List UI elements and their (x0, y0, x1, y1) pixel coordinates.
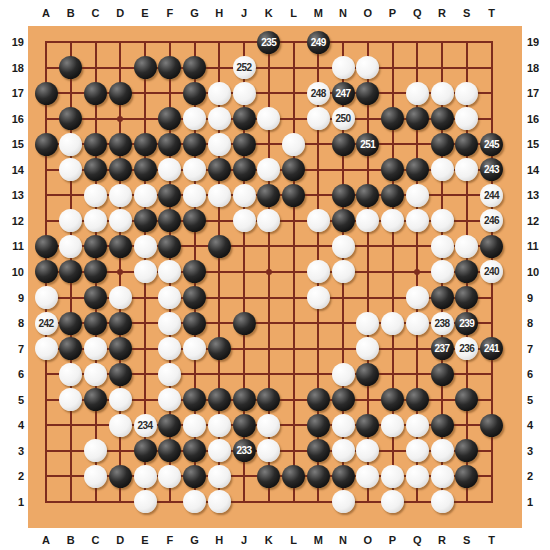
stone-F15[interactable] (158, 133, 181, 156)
stone-A9[interactable] (35, 286, 58, 309)
stone-Q9[interactable] (406, 286, 429, 309)
stone-F16[interactable] (158, 107, 181, 130)
coord-label-top-T: T (483, 6, 501, 20)
stone-N2[interactable] (332, 465, 355, 488)
stone-E11[interactable] (134, 235, 157, 258)
coord-label-bottom-F: F (161, 533, 179, 547)
stone-K14[interactable] (257, 158, 280, 181)
stone-M10[interactable] (307, 260, 330, 283)
coord-label-left-4: 4 (2, 418, 24, 432)
stone-P4[interactable] (381, 414, 404, 437)
stone-J17[interactable] (233, 82, 256, 105)
coord-label-right-14: 14 (527, 163, 549, 177)
coord-label-top-S: S (458, 6, 476, 20)
stone-E2[interactable] (134, 465, 157, 488)
stone-D15[interactable] (109, 133, 132, 156)
stone-G10[interactable] (183, 260, 206, 283)
coord-label-right-4: 4 (527, 418, 549, 432)
stone-N15[interactable] (332, 133, 355, 156)
stone-G1[interactable] (183, 490, 206, 513)
coord-label-bottom-N: N (334, 533, 352, 547)
stone-M4[interactable] (307, 414, 330, 437)
stone-H16[interactable] (208, 107, 231, 130)
stone-E4[interactable]: 234 (134, 414, 157, 437)
stone-J12[interactable] (233, 209, 256, 232)
move-number-label: 252 (236, 62, 251, 73)
stone-M3[interactable] (307, 439, 330, 462)
stone-N3[interactable] (332, 439, 355, 462)
stone-E10[interactable] (134, 260, 157, 283)
stone-M5[interactable] (307, 388, 330, 411)
coord-label-left-8: 8 (2, 316, 24, 330)
stone-M9[interactable] (307, 286, 330, 309)
move-number-label: 247 (335, 88, 350, 99)
stone-H4[interactable] (208, 414, 231, 437)
stone-D9[interactable] (109, 286, 132, 309)
stone-E15[interactable] (134, 133, 157, 156)
stone-O7[interactable] (356, 337, 379, 360)
stone-E3[interactable] (134, 439, 157, 462)
stone-B11[interactable] (59, 235, 82, 258)
coord-label-top-J: J (235, 6, 253, 20)
coord-label-left-12: 12 (2, 214, 24, 228)
stone-K16[interactable] (257, 107, 280, 130)
stone-B12[interactable] (59, 209, 82, 232)
move-number-label: 246 (484, 215, 499, 226)
coord-label-right-15: 15 (527, 137, 549, 151)
stone-P14[interactable] (381, 158, 404, 181)
stone-F7[interactable] (158, 337, 181, 360)
coord-label-right-6: 6 (527, 367, 549, 381)
stone-D17[interactable] (109, 82, 132, 105)
stone-B18[interactable] (59, 56, 82, 79)
coord-label-bottom-S: S (458, 533, 476, 547)
coord-label-right-3: 3 (527, 444, 549, 458)
stone-S7[interactable]: 236 (455, 337, 478, 360)
stone-D12[interactable] (109, 209, 132, 232)
stone-Q14[interactable] (406, 158, 429, 181)
go-diagram-page: 2352492522482472502512452432442462402422… (0, 0, 550, 550)
stone-L13[interactable] (282, 184, 305, 207)
stone-F6[interactable] (158, 363, 181, 386)
stone-H1[interactable] (208, 490, 231, 513)
stone-F5[interactable] (158, 388, 181, 411)
stone-Q8[interactable] (406, 312, 429, 335)
stone-R16[interactable] (431, 107, 454, 130)
stone-R17[interactable] (431, 82, 454, 105)
coord-label-right-13: 13 (527, 188, 549, 202)
stone-N1[interactable] (332, 490, 355, 513)
stone-G5[interactable] (183, 388, 206, 411)
stone-K3[interactable] (257, 439, 280, 462)
stone-H11[interactable] (208, 235, 231, 258)
stone-Q17[interactable] (406, 82, 429, 105)
stone-C8[interactable] (84, 312, 107, 335)
stone-F3[interactable] (158, 439, 181, 462)
coord-label-bottom-K: K (260, 533, 278, 547)
stone-Q12[interactable] (406, 209, 429, 232)
stone-B10[interactable] (59, 260, 82, 283)
coord-label-top-B: B (62, 6, 80, 20)
coord-label-left-16: 16 (2, 112, 24, 126)
coord-label-right-18: 18 (527, 61, 549, 75)
stone-Q4[interactable] (406, 414, 429, 437)
stone-F13[interactable] (158, 184, 181, 207)
stone-G2[interactable] (183, 465, 206, 488)
stone-A17[interactable] (35, 82, 58, 105)
stone-M16[interactable] (307, 107, 330, 130)
stone-L14[interactable] (282, 158, 305, 181)
stone-Q16[interactable] (406, 107, 429, 130)
coord-label-right-16: 16 (527, 112, 549, 126)
move-number-label: 240 (484, 266, 499, 277)
stone-B5[interactable] (59, 388, 82, 411)
coord-label-top-P: P (384, 6, 402, 20)
stone-D13[interactable] (109, 184, 132, 207)
stone-K13[interactable] (257, 184, 280, 207)
stone-T13[interactable]: 244 (480, 184, 503, 207)
stone-H14[interactable] (208, 158, 231, 181)
stone-P1[interactable] (381, 490, 404, 513)
stone-C15[interactable] (84, 133, 107, 156)
stone-S11[interactable] (455, 235, 478, 258)
stone-N6[interactable] (332, 363, 355, 386)
stone-T14[interactable]: 243 (480, 158, 503, 181)
stone-O15[interactable]: 251 (356, 133, 379, 156)
stone-H13[interactable] (208, 184, 231, 207)
stone-E13[interactable] (134, 184, 157, 207)
stone-R15[interactable] (431, 133, 454, 156)
stone-O8[interactable] (356, 312, 379, 335)
stone-P12[interactable] (381, 209, 404, 232)
stone-G12[interactable] (183, 209, 206, 232)
move-number-label: 237 (434, 343, 449, 354)
coord-label-top-O: O (359, 6, 377, 20)
stone-H15[interactable] (208, 133, 231, 156)
stone-S8[interactable]: 239 (455, 312, 478, 335)
stone-P5[interactable] (381, 388, 404, 411)
stone-S10[interactable] (455, 260, 478, 283)
coord-label-right-7: 7 (527, 342, 549, 356)
stone-R9[interactable] (431, 286, 454, 309)
stone-E14[interactable] (134, 158, 157, 181)
stone-C11[interactable] (84, 235, 107, 258)
stone-C7[interactable] (84, 337, 107, 360)
coord-label-left-13: 13 (2, 188, 24, 202)
coord-label-bottom-C: C (87, 533, 105, 547)
stone-N13[interactable] (332, 184, 355, 207)
star-point-Q10 (414, 269, 420, 275)
stone-D11[interactable] (109, 235, 132, 258)
stone-G16[interactable] (183, 107, 206, 130)
stone-B7[interactable] (59, 337, 82, 360)
stone-C9[interactable] (84, 286, 107, 309)
stone-T11[interactable] (480, 235, 503, 258)
coord-label-left-7: 7 (2, 342, 24, 356)
stone-C3[interactable] (84, 439, 107, 462)
stone-R10[interactable] (431, 260, 454, 283)
stone-F2[interactable] (158, 465, 181, 488)
coord-label-right-1: 1 (527, 495, 549, 509)
stone-J18[interactable]: 252 (233, 56, 256, 79)
coord-label-left-2: 2 (2, 469, 24, 483)
stone-J3[interactable]: 233 (233, 439, 256, 462)
coord-label-right-12: 12 (527, 214, 549, 228)
stone-D8[interactable] (109, 312, 132, 335)
stone-M17[interactable]: 248 (307, 82, 330, 105)
stone-D5[interactable] (109, 388, 132, 411)
coord-label-left-5: 5 (2, 393, 24, 407)
stone-C6[interactable] (84, 363, 107, 386)
coord-label-bottom-A: A (37, 533, 55, 547)
stone-T10[interactable]: 240 (480, 260, 503, 283)
stone-F14[interactable] (158, 158, 181, 181)
stone-O4[interactable] (356, 414, 379, 437)
stone-H3[interactable] (208, 439, 231, 462)
stone-B15[interactable] (59, 133, 82, 156)
stone-D2[interactable] (109, 465, 132, 488)
stone-J5[interactable] (233, 388, 256, 411)
stone-P16[interactable] (381, 107, 404, 130)
coord-label-bottom-Q: Q (408, 533, 426, 547)
coord-label-left-19: 19 (2, 35, 24, 49)
stone-G17[interactable] (183, 82, 206, 105)
stone-F11[interactable] (158, 235, 181, 258)
stone-R1[interactable] (431, 490, 454, 513)
stone-G8[interactable] (183, 312, 206, 335)
stone-K19[interactable]: 235 (257, 31, 280, 54)
stone-O18[interactable] (356, 56, 379, 79)
stone-O2[interactable] (356, 465, 379, 488)
stone-C2[interactable] (84, 465, 107, 488)
stone-S3[interactable] (455, 439, 478, 462)
stone-F4[interactable] (158, 414, 181, 437)
stone-F12[interactable] (158, 209, 181, 232)
stone-J4[interactable] (233, 414, 256, 437)
coord-label-right-17: 17 (527, 86, 549, 100)
coord-label-top-A: A (37, 6, 55, 20)
stone-K5[interactable] (257, 388, 280, 411)
stone-Q3[interactable] (406, 439, 429, 462)
stone-N12[interactable] (332, 209, 355, 232)
coord-label-left-3: 3 (2, 444, 24, 458)
stone-G3[interactable] (183, 439, 206, 462)
stone-E1[interactable] (134, 490, 157, 513)
coord-label-left-18: 18 (2, 61, 24, 75)
coord-label-bottom-G: G (186, 533, 204, 547)
stone-M2[interactable] (307, 465, 330, 488)
coord-label-top-Q: Q (408, 6, 426, 20)
stone-C12[interactable] (84, 209, 107, 232)
stone-L15[interactable] (282, 133, 305, 156)
coord-label-bottom-B: B (62, 533, 80, 547)
coord-label-top-C: C (87, 6, 105, 20)
move-number-label: 245 (484, 139, 499, 150)
coord-label-left-1: 1 (2, 495, 24, 509)
stone-J15[interactable] (233, 133, 256, 156)
stone-S16[interactable] (455, 107, 478, 130)
stone-N4[interactable] (332, 414, 355, 437)
stone-D7[interactable] (109, 337, 132, 360)
coord-label-right-19: 19 (527, 35, 549, 49)
stone-N18[interactable] (332, 56, 355, 79)
stone-O17[interactable] (356, 82, 379, 105)
stone-J16[interactable] (233, 107, 256, 130)
stone-K12[interactable] (257, 209, 280, 232)
coord-label-top-D: D (111, 6, 129, 20)
coord-label-bottom-T: T (483, 533, 501, 547)
coord-label-bottom-R: R (433, 533, 451, 547)
stone-C13[interactable] (84, 184, 107, 207)
stone-J14[interactable] (233, 158, 256, 181)
coord-label-left-10: 10 (2, 265, 24, 279)
stone-D14[interactable] (109, 158, 132, 181)
stone-P8[interactable] (381, 312, 404, 335)
stone-F9[interactable] (158, 286, 181, 309)
coord-label-top-N: N (334, 6, 352, 20)
coord-label-bottom-L: L (285, 533, 303, 547)
coord-label-top-G: G (186, 6, 204, 20)
star-point-K10 (266, 269, 272, 275)
stone-R12[interactable] (431, 209, 454, 232)
stone-R2[interactable] (431, 465, 454, 488)
coord-label-left-17: 17 (2, 86, 24, 100)
stone-O12[interactable] (356, 209, 379, 232)
coord-label-right-11: 11 (527, 239, 549, 253)
stone-Q2[interactable] (406, 465, 429, 488)
stone-C14[interactable] (84, 158, 107, 181)
stone-H2[interactable] (208, 465, 231, 488)
stone-L2[interactable] (282, 465, 305, 488)
stone-A8[interactable]: 242 (35, 312, 58, 335)
stone-P13[interactable] (381, 184, 404, 207)
stone-J13[interactable] (233, 184, 256, 207)
stone-C10[interactable] (84, 260, 107, 283)
stone-S5[interactable] (455, 388, 478, 411)
stone-S9[interactable] (455, 286, 478, 309)
stone-T12[interactable]: 246 (480, 209, 503, 232)
stone-N10[interactable] (332, 260, 355, 283)
stone-G7[interactable] (183, 337, 206, 360)
move-number-label: 234 (137, 420, 152, 431)
coord-label-right-8: 8 (527, 316, 549, 330)
stone-K4[interactable] (257, 414, 280, 437)
coord-label-bottom-O: O (359, 533, 377, 547)
stone-J8[interactable] (233, 312, 256, 335)
stone-C17[interactable] (84, 82, 107, 105)
stone-P2[interactable] (381, 465, 404, 488)
stone-C5[interactable] (84, 388, 107, 411)
stone-S2[interactable] (455, 465, 478, 488)
coord-label-right-10: 10 (527, 265, 549, 279)
stone-B16[interactable] (59, 107, 82, 130)
go-board[interactable]: 2352492522482472502512452432442462402422… (28, 26, 522, 528)
coord-label-bottom-J: J (235, 533, 253, 547)
coord-label-left-15: 15 (2, 137, 24, 151)
stone-E18[interactable] (134, 56, 157, 79)
stone-K2[interactable] (257, 465, 280, 488)
move-number-label: 244 (484, 190, 499, 201)
stone-R7[interactable]: 237 (431, 337, 454, 360)
stone-A10[interactable] (35, 260, 58, 283)
stone-H17[interactable] (208, 82, 231, 105)
stone-G13[interactable] (183, 184, 206, 207)
stone-O13[interactable] (356, 184, 379, 207)
stone-F10[interactable] (158, 260, 181, 283)
stone-B6[interactable] (59, 363, 82, 386)
stone-G9[interactable] (183, 286, 206, 309)
coord-label-bottom-P: P (384, 533, 402, 547)
stone-R6[interactable] (431, 363, 454, 386)
move-number-label: 243 (484, 164, 499, 175)
stone-F8[interactable] (158, 312, 181, 335)
coord-label-right-2: 2 (527, 469, 549, 483)
stone-R8[interactable]: 238 (431, 312, 454, 335)
stone-S17[interactable] (455, 82, 478, 105)
stone-N16[interactable]: 250 (332, 107, 355, 130)
stone-O6[interactable] (356, 363, 379, 386)
stone-N11[interactable] (332, 235, 355, 258)
stone-R4[interactable] (431, 414, 454, 437)
stone-R14[interactable] (431, 158, 454, 181)
stone-F18[interactable] (158, 56, 181, 79)
stone-G15[interactable] (183, 133, 206, 156)
coord-label-top-M: M (309, 6, 327, 20)
stone-S15[interactable] (455, 133, 478, 156)
stone-D6[interactable] (109, 363, 132, 386)
coord-label-right-9: 9 (527, 291, 549, 305)
stone-T15[interactable]: 245 (480, 133, 503, 156)
stone-R11[interactable] (431, 235, 454, 258)
move-number-label: 248 (311, 88, 326, 99)
stone-B14[interactable] (59, 158, 82, 181)
move-number-label: 236 (459, 343, 474, 354)
stone-H5[interactable] (208, 388, 231, 411)
coord-label-right-5: 5 (527, 393, 549, 407)
coord-label-bottom-E: E (136, 533, 154, 547)
stone-R3[interactable] (431, 439, 454, 462)
stone-M19[interactable]: 249 (307, 31, 330, 54)
stone-H7[interactable] (208, 337, 231, 360)
coord-label-left-6: 6 (2, 367, 24, 381)
stone-M12[interactable] (307, 209, 330, 232)
stone-Q5[interactable] (406, 388, 429, 411)
stone-A7[interactable] (35, 337, 58, 360)
coord-label-top-L: L (285, 6, 303, 20)
stone-N17[interactable]: 247 (332, 82, 355, 105)
stone-G4[interactable] (183, 414, 206, 437)
stone-D4[interactable] (109, 414, 132, 437)
stone-Q13[interactable] (406, 184, 429, 207)
stone-S14[interactable] (455, 158, 478, 181)
move-number-label: 242 (38, 318, 53, 329)
stone-B8[interactable] (59, 312, 82, 335)
stone-E12[interactable] (134, 209, 157, 232)
stone-G14[interactable] (183, 158, 206, 181)
stone-T4[interactable] (480, 414, 503, 437)
stone-A15[interactable] (35, 133, 58, 156)
move-number-label: 249 (311, 37, 326, 48)
move-number-label: 241 (484, 343, 499, 354)
stone-O3[interactable] (356, 439, 379, 462)
coord-label-top-R: R (433, 6, 451, 20)
stone-N5[interactable] (332, 388, 355, 411)
stone-A11[interactable] (35, 235, 58, 258)
coord-label-top-E: E (136, 6, 154, 20)
stone-G18[interactable] (183, 56, 206, 79)
grid-line-horizontal (45, 501, 493, 503)
stone-T7[interactable]: 241 (480, 337, 503, 360)
